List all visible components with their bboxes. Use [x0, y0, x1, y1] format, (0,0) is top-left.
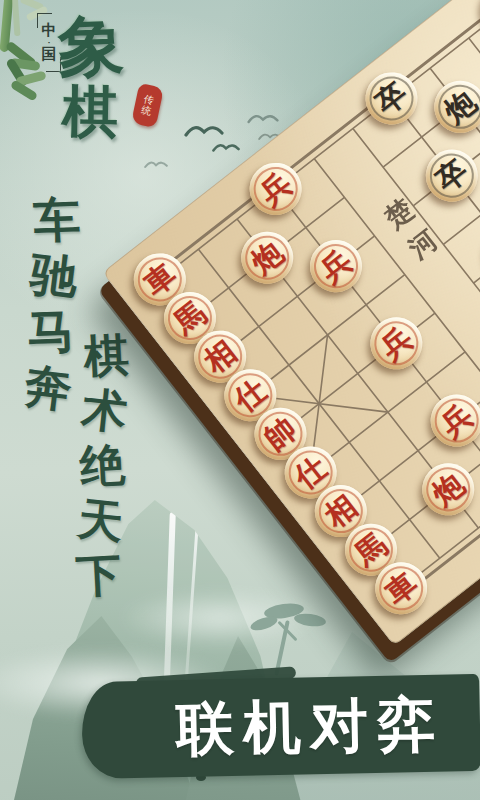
app-logo: 中 · 国 象 棋 传 统	[0, 0, 200, 160]
seal-char: 统	[140, 105, 152, 117]
slogan-char: 天	[76, 497, 125, 546]
piece-glyph: 帥	[259, 413, 301, 455]
slogan-char: 车	[33, 196, 82, 245]
slogan-column-2: 棋 术 绝 天 下	[75, 333, 129, 599]
logo-title-char-2: 棋	[62, 84, 119, 141]
piece-red-炮[interactable]: 炮	[412, 453, 480, 526]
piece-glyph: 馬	[350, 529, 392, 571]
piece-glyph: 炮	[439, 86, 480, 128]
piece-glyph: 炮	[427, 468, 469, 510]
piece-glyph: 兵	[315, 245, 357, 287]
country-char: 国	[42, 46, 57, 63]
slogan-char: 术	[80, 387, 129, 436]
piece-red-兵[interactable]: 兵	[300, 230, 373, 303]
piece-glyph: 兵	[255, 168, 297, 210]
piece-glyph: 仕	[290, 451, 332, 493]
piece-black-卒[interactable]: 卒	[355, 62, 428, 135]
piece-glyph: 兵	[375, 322, 417, 364]
slogan-char: 马	[27, 308, 76, 357]
piece-glyph: 車	[380, 567, 422, 609]
piece-glyph: 兵	[436, 400, 478, 442]
logo-title-char-1: 象	[57, 13, 125, 81]
piece-glyph: 仕	[229, 374, 271, 416]
bird-icon	[246, 110, 280, 126]
piece-glyph: 炮	[246, 237, 288, 279]
slogan-char: 奔	[22, 362, 74, 414]
piece-black-車[interactable]: 車	[471, 0, 480, 44]
piece-black-卒[interactable]: 卒	[415, 139, 480, 212]
piece-red-炮[interactable]: 炮	[231, 221, 304, 294]
tree-foliage	[293, 612, 326, 628]
slogan-char: 绝	[79, 443, 126, 490]
slogan-char: 驰	[28, 250, 80, 302]
slogan-column-1: 车 驰 马 奔	[23, 196, 81, 413]
tree-foliage	[249, 614, 279, 633]
bird-icon	[212, 140, 240, 154]
banner-label: 联机对弈	[175, 694, 444, 758]
piece-red-兵[interactable]: 兵	[239, 152, 312, 225]
app-screen: 中 · 国 象 棋 传 统 车 驰 马 奔 棋 术 绝 天 下	[0, 0, 480, 800]
slogan-char: 下	[75, 553, 122, 600]
piece-glyph: 卒	[431, 155, 473, 197]
piece-glyph: 馬	[169, 297, 211, 339]
piece-glyph: 卒	[370, 77, 412, 119]
piece-glyph: 車	[139, 258, 181, 300]
piece-black-炮[interactable]: 炮	[424, 70, 480, 143]
piece-glyph: 相	[199, 336, 241, 378]
piece-red-兵[interactable]: 兵	[420, 384, 480, 457]
tradition-seal-badge: 传 统	[131, 83, 164, 128]
piece-red-兵[interactable]: 兵	[360, 307, 433, 380]
piece-glyph: 相	[320, 490, 362, 532]
online-play-banner[interactable]: 联机对弈	[81, 674, 480, 779]
piece-black-卒[interactable]: 卒	[476, 216, 480, 289]
slogan-char: 棋	[83, 333, 130, 380]
